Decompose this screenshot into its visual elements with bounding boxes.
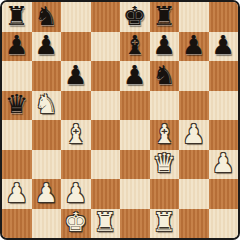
square-e4[interactable] (120, 120, 150, 150)
square-h5[interactable] (209, 91, 239, 121)
square-f7[interactable]: ♟ (150, 32, 180, 62)
square-g7[interactable]: ♟ (179, 32, 209, 62)
square-d1[interactable]: ♜ (91, 209, 121, 239)
piece-white-pawn: ♟ (5, 180, 28, 206)
piece-black-bishop: ♝ (123, 32, 146, 58)
square-c1[interactable]: ♚ (61, 209, 91, 239)
square-h6[interactable] (209, 61, 239, 91)
square-f8[interactable]: ♜ (150, 2, 180, 32)
piece-white-rook: ♜ (153, 209, 176, 235)
piece-black-rook: ♜ (5, 3, 28, 29)
square-g2[interactable] (179, 179, 209, 209)
square-h8[interactable] (209, 2, 239, 32)
square-e2[interactable] (120, 179, 150, 209)
square-h2[interactable] (209, 179, 239, 209)
piece-white-bishop: ♝ (153, 121, 176, 147)
square-e8[interactable]: ♚ (120, 2, 150, 32)
square-a6[interactable] (2, 61, 32, 91)
piece-black-knight: ♞ (35, 3, 58, 29)
square-f6[interactable]: ♞ (150, 61, 180, 91)
piece-black-rook: ♜ (153, 3, 176, 29)
square-h7[interactable]: ♟ (209, 32, 239, 62)
square-a7[interactable]: ♟ (2, 32, 32, 62)
square-a1[interactable] (2, 209, 32, 239)
piece-white-pawn: ♟ (64, 180, 87, 206)
square-b6[interactable] (32, 61, 62, 91)
square-f5[interactable] (150, 91, 180, 121)
square-a4[interactable] (2, 120, 32, 150)
square-g8[interactable] (179, 2, 209, 32)
square-b8[interactable]: ♞ (32, 2, 62, 32)
piece-white-pawn: ♟ (182, 121, 205, 147)
piece-white-king: ♚ (64, 209, 87, 235)
piece-black-pawn: ♟ (153, 32, 176, 58)
square-g4[interactable]: ♟ (179, 120, 209, 150)
piece-black-pawn: ♟ (64, 62, 87, 88)
piece-white-bishop: ♝ (64, 121, 87, 147)
piece-black-queen: ♛ (5, 91, 28, 117)
square-a2[interactable]: ♟ (2, 179, 32, 209)
square-c6[interactable]: ♟ (61, 61, 91, 91)
piece-black-pawn: ♟ (5, 32, 28, 58)
square-f4[interactable]: ♝ (150, 120, 180, 150)
square-g1[interactable] (179, 209, 209, 239)
square-g6[interactable] (179, 61, 209, 91)
square-e1[interactable] (120, 209, 150, 239)
piece-white-pawn: ♟ (35, 180, 58, 206)
square-f3[interactable]: ♛ (150, 150, 180, 180)
square-b4[interactable] (32, 120, 62, 150)
piece-white-queen: ♛ (153, 150, 176, 176)
piece-black-pawn: ♟ (35, 32, 58, 58)
square-c3[interactable] (61, 150, 91, 180)
square-d5[interactable] (91, 91, 121, 121)
chess-board-frame: ♜♞♚♜♟♟♝♟♟♟♟♟♞♛♞♝♝♟♛♟♟♟♟♚♜♜ (0, 0, 240, 240)
square-b5[interactable]: ♞ (32, 91, 62, 121)
square-d4[interactable] (91, 120, 121, 150)
square-a8[interactable]: ♜ (2, 2, 32, 32)
square-c4[interactable]: ♝ (61, 120, 91, 150)
square-d3[interactable] (91, 150, 121, 180)
piece-black-king: ♚ (123, 3, 146, 29)
square-b7[interactable]: ♟ (32, 32, 62, 62)
piece-white-knight: ♞ (35, 91, 58, 117)
square-d2[interactable] (91, 179, 121, 209)
square-h3[interactable]: ♟ (209, 150, 239, 180)
piece-black-pawn: ♟ (212, 32, 235, 58)
square-h1[interactable] (209, 209, 239, 239)
square-h4[interactable] (209, 120, 239, 150)
square-e6[interactable]: ♟ (120, 61, 150, 91)
square-c8[interactable] (61, 2, 91, 32)
piece-white-pawn: ♟ (212, 150, 235, 176)
square-f1[interactable]: ♜ (150, 209, 180, 239)
square-b1[interactable] (32, 209, 62, 239)
piece-black-knight: ♞ (153, 62, 176, 88)
square-b3[interactable] (32, 150, 62, 180)
piece-black-pawn: ♟ (123, 62, 146, 88)
square-b2[interactable]: ♟ (32, 179, 62, 209)
square-e5[interactable] (120, 91, 150, 121)
square-c5[interactable] (61, 91, 91, 121)
square-g5[interactable] (179, 91, 209, 121)
square-c7[interactable] (61, 32, 91, 62)
square-d7[interactable] (91, 32, 121, 62)
square-a3[interactable] (2, 150, 32, 180)
square-d8[interactable] (91, 2, 121, 32)
piece-white-rook: ♜ (94, 209, 117, 235)
chess-board: ♜♞♚♜♟♟♝♟♟♟♟♟♞♛♞♝♝♟♛♟♟♟♟♚♜♜ (2, 2, 238, 238)
square-e7[interactable]: ♝ (120, 32, 150, 62)
square-f2[interactable] (150, 179, 180, 209)
square-e3[interactable] (120, 150, 150, 180)
square-a5[interactable]: ♛ (2, 91, 32, 121)
square-g3[interactable] (179, 150, 209, 180)
square-d6[interactable] (91, 61, 121, 91)
piece-black-pawn: ♟ (182, 32, 205, 58)
square-c2[interactable]: ♟ (61, 179, 91, 209)
